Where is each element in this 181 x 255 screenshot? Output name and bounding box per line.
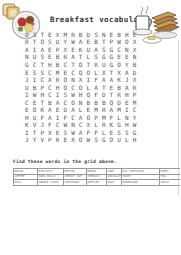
- grid-cell-r7c3: C: [38, 76, 46, 84]
- grid-cell-r5c13: O: [115, 61, 123, 69]
- grid-cell-r13c4: F: [46, 122, 54, 130]
- grid-cell-r2c8: A: [77, 39, 85, 47]
- grid-cell-r11c9: E: [85, 106, 93, 114]
- word-list-item: ORANGE JUICE: [38, 180, 64, 186]
- grid-cell-r2c1: R: [23, 39, 31, 47]
- grid-cell-r13c6: W: [61, 122, 69, 130]
- grid-cell-r9c8: H: [77, 91, 85, 99]
- grid-cell-r7c14: J: [123, 76, 131, 84]
- grid-cell-r2c14: O: [123, 39, 131, 47]
- word-list-item: WAFFLES: [87, 180, 107, 186]
- grid-cell-r13c15: W: [131, 122, 139, 130]
- grid-cell-r9c10: F: [92, 91, 100, 99]
- grid-cell-r9c13: R: [115, 91, 123, 99]
- grid-cell-r11c15: C: [131, 106, 139, 114]
- grid-cell-r13c7: N: [69, 122, 77, 130]
- grid-cell-r13c13: G: [115, 122, 123, 130]
- grid-cell-r7c12: A: [108, 76, 116, 84]
- grid-cell-r5c2: C: [31, 61, 39, 69]
- grid-cell-r15c4: P: [46, 137, 54, 145]
- grid-cell-r5c10: R: [92, 61, 100, 69]
- grid-cell-r11c14: I: [123, 106, 131, 114]
- grid-cell-r2c15: X: [131, 39, 139, 47]
- grid-cell-r13c11: R: [100, 122, 108, 130]
- grid-cell-r15c14: L: [123, 137, 131, 145]
- grid-cell-r5c8: O: [77, 61, 85, 69]
- grid-cell-r9c12: T: [108, 91, 116, 99]
- grid-cell-r9c3: H: [38, 91, 46, 99]
- grid-cell-r11c13: M: [115, 106, 123, 114]
- grid-cell-r11c1: E: [23, 106, 31, 114]
- hot-drink-and-toast-image: [132, 4, 179, 49]
- grid-cell-r13c9: X: [85, 122, 93, 130]
- grid-cell-r5c6: C: [61, 61, 69, 69]
- word-list-caption: Find these words in the grid above.: [13, 159, 117, 164]
- grid-cell-r5c12: G: [108, 61, 116, 69]
- grid-cell-r5c1: G: [23, 61, 31, 69]
- grid-cell-r13c8: C: [77, 122, 85, 130]
- grid-cell-r13c10: L: [92, 122, 100, 130]
- grid-cell-r7c1: J: [23, 76, 31, 84]
- grid-cell-r11c3: K: [38, 106, 46, 114]
- grid-cell-r11c6: D: [61, 106, 69, 114]
- grid-cell-r7c6: O: [61, 76, 69, 84]
- grid-cell-r15c5: R: [54, 137, 62, 145]
- grid-cell-r9c5: I: [54, 91, 62, 99]
- word-list-table: BACONBISCUITSBUTTERBREADCAKEHOT CHOCOLAT…: [13, 168, 180, 186]
- grid-cell-r2c6: Y: [61, 39, 69, 47]
- grid-cell-r2c5: U: [54, 39, 62, 47]
- grid-cell-r15c8: O: [77, 137, 85, 145]
- grid-cell-r15c10: S: [92, 137, 100, 145]
- grid-cell-r15c6: E: [61, 137, 69, 145]
- grid-cell-r5c3: T: [38, 61, 46, 69]
- grid-cell-r9c11: D: [100, 91, 108, 99]
- word-list-item: MARMELADE: [122, 180, 160, 186]
- word-list-item: MILK: [14, 180, 38, 186]
- grid-cell-r11c8: L: [77, 106, 85, 114]
- grid-cell-r11c2: O: [31, 106, 39, 114]
- word-list-item: EGGS: [107, 180, 122, 186]
- grid-cell-r7c13: K: [115, 76, 123, 84]
- grid-cell-r2c3: O: [38, 39, 46, 47]
- worksheet-page: { "game": "word-search", "title": "Break…: [0, 0, 180, 255]
- grid-cell-r9c2: W: [31, 91, 39, 99]
- grid-cell-r15c9: W: [85, 137, 93, 145]
- grid-cell-r15c1: J: [23, 137, 31, 145]
- grid-cell-r11c4: A: [46, 106, 54, 114]
- grid-cell-r11c5: E: [54, 106, 62, 114]
- grid-cell-r7c8: X: [77, 76, 85, 84]
- grid-cell-r7c2: I: [31, 76, 39, 84]
- grid-cell-r7c15: X: [131, 76, 139, 84]
- grid-cell-r9c1: I: [23, 91, 31, 99]
- grid-cell-r5c15: B: [131, 61, 139, 69]
- grid-cell-r13c14: H: [123, 122, 131, 130]
- grid-cell-r5c11: U: [100, 61, 108, 69]
- grid-cell-r7c5: R: [54, 76, 62, 84]
- word-list-item: JUICE: [160, 180, 181, 186]
- grid-cell-r15c11: G: [100, 137, 108, 145]
- grid-cell-r13c12: K: [108, 122, 116, 130]
- word-list-item: CROISSANT: [64, 180, 87, 186]
- grid-cell-r7c4: A: [46, 76, 54, 84]
- grid-cell-r13c5: C: [54, 122, 62, 130]
- grid-cell-r13c1: K: [23, 122, 31, 130]
- grid-cell-r7c10: F: [92, 76, 100, 84]
- grid-cell-r9c6: S: [61, 91, 69, 99]
- grid-cell-r2c13: W: [115, 39, 123, 47]
- grid-cell-r15c2: Y: [31, 137, 39, 145]
- grid-cell-r2c12: P: [108, 39, 116, 47]
- grid-cell-r9c15: P: [131, 91, 139, 99]
- grid-cell-r15c12: O: [108, 137, 116, 145]
- word-search-grid: OSTEXMRBDSNEBHERTOSUYWAEBTPWOXAIAEPXEKUA…: [23, 31, 138, 144]
- grid-cell-r5c4: H: [46, 61, 54, 69]
- grid-cell-r11c11: R: [100, 106, 108, 114]
- grid-cell-r7c11: A: [100, 76, 108, 84]
- grid-cell-r2c9: E: [85, 39, 93, 47]
- grid-cell-r5c14: Y: [123, 61, 131, 69]
- grid-cell-r7c9: I: [85, 76, 93, 84]
- grid-cell-r13c3: J: [38, 122, 46, 130]
- grid-cell-r11c12: A: [108, 106, 116, 114]
- grid-cell-r5c5: B: [54, 61, 62, 69]
- grid-cell-r9c9: Q: [85, 91, 93, 99]
- grid-cell-r15c15: H: [131, 137, 139, 145]
- grid-cell-r7c7: N: [69, 76, 77, 84]
- grid-cell-r11c7: A: [69, 106, 77, 114]
- grid-cell-r2c10: B: [92, 39, 100, 47]
- steam-icon: [141, 7, 143, 15]
- grid-cell-r15c3: V: [38, 137, 46, 145]
- grid-cell-r5c7: T: [69, 61, 77, 69]
- grid-cell-r15c13: U: [115, 137, 123, 145]
- grid-cell-r11c10: M: [92, 106, 100, 114]
- grid-cell-r9c4: C: [46, 91, 54, 99]
- grid-cell-r2c11: T: [100, 39, 108, 47]
- grid-cell-r2c4: S: [46, 39, 54, 47]
- grid-cell-r9c14: H: [123, 91, 131, 99]
- grid-cell-r15c7: A: [69, 137, 77, 145]
- grid-cell-r9c7: W: [69, 91, 77, 99]
- grid-cell-r2c7: W: [69, 39, 77, 47]
- grid-cell-r2c2: T: [31, 39, 39, 47]
- grid-cell-r13c2: V: [31, 122, 39, 130]
- grid-cell-r5c9: T: [85, 61, 93, 69]
